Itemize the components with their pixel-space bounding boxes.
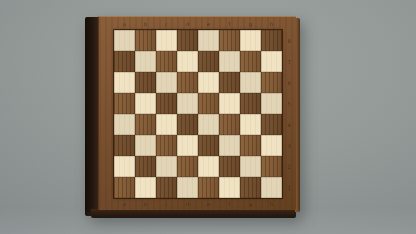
- square-c1[interactable]: [156, 177, 177, 198]
- square-d2[interactable]: [177, 156, 198, 177]
- square-c2[interactable]: [156, 156, 177, 177]
- coordinate-label: e: [200, 200, 218, 209]
- square-g2[interactable]: [240, 156, 261, 177]
- square-h5[interactable]: [261, 93, 282, 114]
- coordinate-label: 4: [285, 116, 294, 134]
- square-f7[interactable]: [219, 51, 240, 72]
- square-c6[interactable]: [156, 72, 177, 93]
- square-g8[interactable]: [240, 30, 261, 51]
- square-d5[interactable]: [177, 93, 198, 114]
- square-f3[interactable]: [219, 135, 240, 156]
- coordinate-label: 6: [285, 74, 294, 92]
- square-d7[interactable]: [177, 51, 198, 72]
- coordinate-label: f: [221, 20, 239, 29]
- coordinate-label: f: [221, 200, 239, 209]
- coordinate-label: h: [263, 200, 281, 209]
- coordinate-label: g: [242, 200, 260, 209]
- board-frame: abcdefgh abcdefgh 87654321: [98, 16, 296, 210]
- square-a2[interactable]: [114, 156, 135, 177]
- square-e3[interactable]: [198, 135, 219, 156]
- square-c8[interactable]: [156, 30, 177, 51]
- coordinate-label: 3: [285, 137, 294, 155]
- coordinate-label: d: [179, 200, 197, 209]
- square-g4[interactable]: [240, 114, 261, 135]
- coordinate-label: 5: [285, 95, 294, 113]
- chess-board: abcdefgh abcdefgh 87654321: [85, 16, 300, 218]
- square-a6[interactable]: [114, 72, 135, 93]
- board-left-edge: [85, 17, 99, 216]
- coordinate-label: d: [179, 20, 197, 29]
- square-g7[interactable]: [240, 51, 261, 72]
- square-f4[interactable]: [219, 114, 240, 135]
- coordinate-label: c: [158, 20, 176, 29]
- square-b1[interactable]: [135, 177, 156, 198]
- square-h4[interactable]: [261, 114, 282, 135]
- square-a7[interactable]: [114, 51, 135, 72]
- file-labels-top: abcdefgh: [114, 19, 282, 29]
- square-e1[interactable]: [198, 177, 219, 198]
- square-d6[interactable]: [177, 72, 198, 93]
- square-d3[interactable]: [177, 135, 198, 156]
- square-e7[interactable]: [198, 51, 219, 72]
- square-g6[interactable]: [240, 72, 261, 93]
- board-grid: [114, 30, 282, 198]
- square-b2[interactable]: [135, 156, 156, 177]
- square-e6[interactable]: [198, 72, 219, 93]
- square-a5[interactable]: [114, 93, 135, 114]
- coordinate-label: 8: [285, 32, 294, 50]
- square-b6[interactable]: [135, 72, 156, 93]
- square-a4[interactable]: [114, 114, 135, 135]
- coordinate-label: a: [116, 200, 134, 209]
- coordinate-label: 2: [285, 158, 294, 176]
- square-h2[interactable]: [261, 156, 282, 177]
- square-c3[interactable]: [156, 135, 177, 156]
- coordinate-label: g: [242, 20, 260, 29]
- square-c7[interactable]: [156, 51, 177, 72]
- square-b4[interactable]: [135, 114, 156, 135]
- square-d8[interactable]: [177, 30, 198, 51]
- square-f2[interactable]: [219, 156, 240, 177]
- coordinate-label: h: [263, 20, 281, 29]
- square-g5[interactable]: [240, 93, 261, 114]
- square-f8[interactable]: [219, 30, 240, 51]
- square-b3[interactable]: [135, 135, 156, 156]
- square-b5[interactable]: [135, 93, 156, 114]
- coordinate-label: e: [200, 20, 218, 29]
- square-g3[interactable]: [240, 135, 261, 156]
- coordinate-label: b: [137, 20, 155, 29]
- square-a3[interactable]: [114, 135, 135, 156]
- square-e8[interactable]: [198, 30, 219, 51]
- coordinate-label: b: [137, 200, 155, 209]
- square-h8[interactable]: [261, 30, 282, 51]
- square-c4[interactable]: [156, 114, 177, 135]
- square-e5[interactable]: [198, 93, 219, 114]
- square-e2[interactable]: [198, 156, 219, 177]
- square-e4[interactable]: [198, 114, 219, 135]
- coordinate-label: 7: [285, 53, 294, 71]
- board-bottom-edge: [91, 209, 296, 218]
- square-f1[interactable]: [219, 177, 240, 198]
- coordinate-label: 1: [285, 179, 294, 197]
- square-h6[interactable]: [261, 72, 282, 93]
- square-h3[interactable]: [261, 135, 282, 156]
- coordinate-label: c: [158, 200, 176, 209]
- square-b7[interactable]: [135, 51, 156, 72]
- square-f6[interactable]: [219, 72, 240, 93]
- square-g1[interactable]: [240, 177, 261, 198]
- square-d1[interactable]: [177, 177, 198, 198]
- square-d4[interactable]: [177, 114, 198, 135]
- square-a8[interactable]: [114, 30, 135, 51]
- file-labels-bottom: abcdefgh: [114, 199, 282, 209]
- rank-labels-right: 87654321: [284, 30, 295, 198]
- coordinate-label: a: [116, 20, 134, 29]
- square-b8[interactable]: [135, 30, 156, 51]
- square-h7[interactable]: [261, 51, 282, 72]
- square-c5[interactable]: [156, 93, 177, 114]
- square-h1[interactable]: [261, 177, 282, 198]
- square-a1[interactable]: [114, 177, 135, 198]
- square-f5[interactable]: [219, 93, 240, 114]
- photo-background: abcdefgh abcdefgh 87654321: [0, 0, 416, 234]
